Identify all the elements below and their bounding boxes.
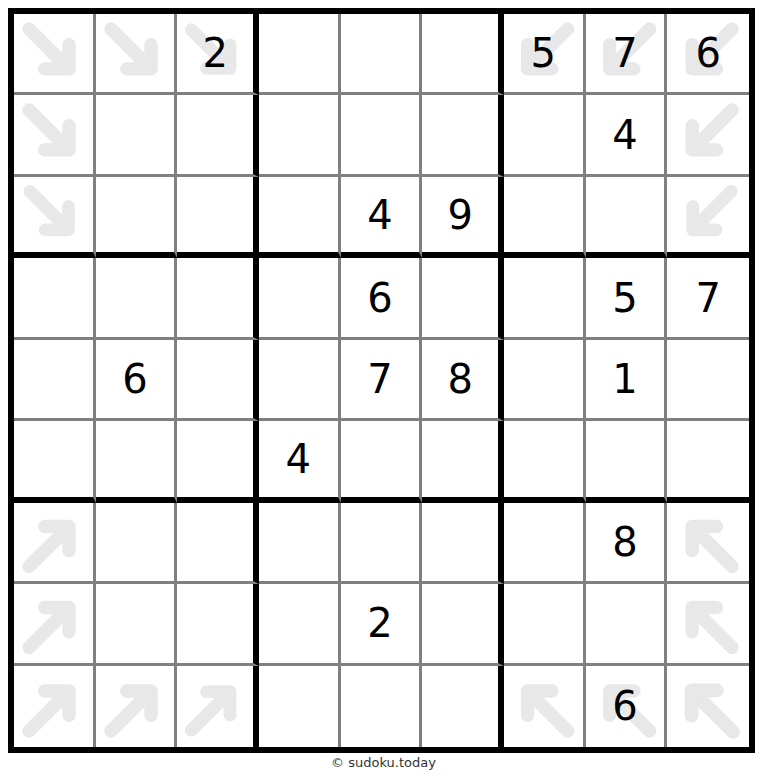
- cell-r6c4[interactable]: 4: [259, 421, 341, 502]
- cell-r2c6[interactable]: [422, 95, 504, 176]
- cell-r5c6[interactable]: 8: [422, 340, 504, 421]
- given-digit: 7: [367, 359, 392, 399]
- given-digit: 4: [612, 115, 637, 155]
- cell-r9c6[interactable]: [422, 666, 504, 747]
- cell-r5c7[interactable]: [504, 340, 586, 421]
- cell-r8c6[interactable]: [422, 584, 504, 665]
- cell-r1c6[interactable]: [422, 14, 504, 95]
- cell-r5c8[interactable]: 1: [586, 340, 668, 421]
- arrow-ne-icon: [14, 503, 93, 581]
- cell-r8c1[interactable]: [14, 584, 96, 665]
- cell-r9c9[interactable]: [667, 666, 749, 747]
- cell-r3c1[interactable]: [14, 177, 96, 258]
- cell-r4c1[interactable]: [14, 258, 96, 339]
- cell-r1c4[interactable]: [259, 14, 341, 95]
- cell-r1c2[interactable]: [96, 14, 178, 95]
- arrow-ne-icon: [96, 666, 175, 747]
- cell-r7c7[interactable]: [504, 503, 586, 584]
- cell-r9c8[interactable]: 6: [586, 666, 668, 747]
- cell-r9c3[interactable]: [177, 666, 259, 747]
- cell-r5c3[interactable]: [177, 340, 259, 421]
- cell-r4c8[interactable]: 5: [586, 258, 668, 339]
- arrow-se-icon: [14, 14, 93, 92]
- cell-r1c7[interactable]: 5: [504, 14, 586, 95]
- cell-r4c5[interactable]: 6: [341, 258, 423, 339]
- cell-r4c7[interactable]: [504, 258, 586, 339]
- cell-r6c1[interactable]: [14, 421, 96, 502]
- cell-r2c4[interactable]: [259, 95, 341, 176]
- cell-r2c9[interactable]: [667, 95, 749, 176]
- given-digit: 6: [695, 33, 720, 73]
- cell-r1c3[interactable]: 2: [177, 14, 259, 95]
- arrow-sw-icon: [667, 95, 749, 173]
- cell-r5c1[interactable]: [14, 340, 96, 421]
- cell-r5c5[interactable]: 7: [341, 340, 423, 421]
- arrow-se-icon: [14, 177, 93, 252]
- cell-r9c1[interactable]: [14, 666, 96, 747]
- cell-r7c3[interactable]: [177, 503, 259, 584]
- cell-r9c4[interactable]: [259, 666, 341, 747]
- arrow-ne-icon: [14, 584, 93, 662]
- given-digit: 5: [531, 33, 556, 73]
- cell-r3c7[interactable]: [504, 177, 586, 258]
- cell-r4c3[interactable]: [177, 258, 259, 339]
- cell-r2c5[interactable]: [341, 95, 423, 176]
- arrow-sw-icon: [667, 177, 749, 252]
- given-digit: 8: [447, 359, 472, 399]
- given-digit: 2: [367, 603, 392, 643]
- cell-r5c9[interactable]: [667, 340, 749, 421]
- arrow-se-icon: [14, 95, 93, 173]
- cell-r6c3[interactable]: [177, 421, 259, 502]
- given-digit: 4: [286, 439, 311, 479]
- cell-r2c2[interactable]: [96, 95, 178, 176]
- cell-r3c3[interactable]: [177, 177, 259, 258]
- arrow-nw-icon: [667, 503, 749, 581]
- cell-r8c8[interactable]: [586, 584, 668, 665]
- given-digit: 7: [612, 33, 637, 73]
- cell-r7c9[interactable]: [667, 503, 749, 584]
- cell-r6c6[interactable]: [422, 421, 504, 502]
- cell-r9c5[interactable]: [341, 666, 423, 747]
- cell-r3c2[interactable]: [96, 177, 178, 258]
- arrow-nw-icon: [667, 584, 749, 662]
- cell-r6c7[interactable]: [504, 421, 586, 502]
- cell-r3c9[interactable]: [667, 177, 749, 258]
- cell-r1c8[interactable]: 7: [586, 14, 668, 95]
- cell-r3c8[interactable]: [586, 177, 668, 258]
- cell-r1c9[interactable]: 6: [667, 14, 749, 95]
- given-digit: 1: [612, 359, 637, 399]
- cell-r4c6[interactable]: [422, 258, 504, 339]
- cell-r7c1[interactable]: [14, 503, 96, 584]
- cell-r2c3[interactable]: [177, 95, 259, 176]
- arrow-ne-icon: [14, 666, 93, 747]
- cell-r9c2[interactable]: [96, 666, 178, 747]
- given-digit: 6: [122, 359, 147, 399]
- sudoku-board: 257644965767814826: [8, 8, 755, 753]
- cell-r8c3[interactable]: [177, 584, 259, 665]
- copyright-text: © sudoku.today: [0, 755, 767, 770]
- cell-r2c8[interactable]: 4: [586, 95, 668, 176]
- cell-r6c5[interactable]: [341, 421, 423, 502]
- cell-r8c9[interactable]: [667, 584, 749, 665]
- cell-r4c2[interactable]: [96, 258, 178, 339]
- cell-r6c9[interactable]: [667, 421, 749, 502]
- cell-r8c5[interactable]: 2: [341, 584, 423, 665]
- cell-r7c6[interactable]: [422, 503, 504, 584]
- cell-r8c2[interactable]: [96, 584, 178, 665]
- arrow-ne-icon: [177, 666, 253, 747]
- cell-r9c7[interactable]: [504, 666, 586, 747]
- cell-r4c4[interactable]: [259, 258, 341, 339]
- cell-r3c6[interactable]: 9: [422, 177, 504, 258]
- cell-r2c1[interactable]: [14, 95, 96, 176]
- cell-r3c5[interactable]: 4: [341, 177, 423, 258]
- cell-r5c4[interactable]: [259, 340, 341, 421]
- given-digit: 4: [367, 195, 392, 235]
- cell-r7c2[interactable]: [96, 503, 178, 584]
- given-digit: 8: [612, 522, 637, 562]
- arrow-nw-icon: [504, 666, 583, 747]
- given-digit: 6: [367, 278, 392, 318]
- arrow-se-icon: [96, 14, 175, 92]
- cell-r6c8[interactable]: [586, 421, 668, 502]
- cell-r2c7[interactable]: [504, 95, 586, 176]
- given-digit: 2: [202, 33, 227, 73]
- cell-r7c4[interactable]: [259, 503, 341, 584]
- cell-r5c2[interactable]: 6: [96, 340, 178, 421]
- given-digit: 7: [695, 278, 720, 318]
- cell-r7c5[interactable]: [341, 503, 423, 584]
- arrow-nw-icon: [667, 666, 749, 747]
- given-digit: 6: [612, 686, 637, 726]
- given-digit: 5: [612, 278, 637, 318]
- cell-r8c7[interactable]: [504, 584, 586, 665]
- cell-r8c4[interactable]: [259, 584, 341, 665]
- cell-r6c2[interactable]: [96, 421, 178, 502]
- given-digit: 9: [447, 195, 472, 235]
- cell-r7c8[interactable]: 8: [586, 503, 668, 584]
- cell-r1c5[interactable]: [341, 14, 423, 95]
- cell-r1c1[interactable]: [14, 14, 96, 95]
- cell-r3c4[interactable]: [259, 177, 341, 258]
- cell-r4c9[interactable]: 7: [667, 258, 749, 339]
